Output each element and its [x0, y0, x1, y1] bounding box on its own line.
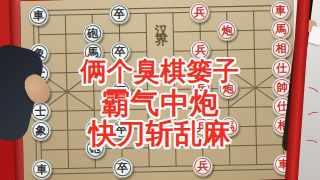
caption-line-1: 俩个臭棋篓子: [0, 58, 320, 85]
caption-overlay: 俩个臭棋篓子 霸气中炮 快刀斩乱麻: [0, 58, 320, 148]
video-frame: 汉界 車象士將士象車砲馬馬砲卒卒卒卒卒兵兵兵兵兵炮炮馬車馬相仕帥仕相車 俩个臭棋…: [0, 0, 320, 180]
caption-line-2: 霸气中炮: [0, 88, 320, 118]
caption-line-3: 快刀斩乱麻: [0, 119, 320, 148]
